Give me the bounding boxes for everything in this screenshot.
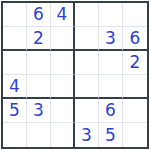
cell-r2c2[interactable]: 2 — [27, 27, 51, 51]
given-digit: 4 — [57, 6, 68, 23]
cell-r3c3[interactable] — [51, 51, 75, 75]
cell-r6c5[interactable]: 5 — [99, 123, 123, 147]
sudoku-board: 642362453635 — [1, 1, 149, 149]
cell-r5c5[interactable]: 6 — [99, 99, 123, 123]
cell-r3c2[interactable] — [27, 51, 51, 75]
cell-r6c1[interactable] — [3, 123, 27, 147]
cell-r5c3[interactable] — [51, 99, 75, 123]
cell-r2c1[interactable] — [3, 27, 27, 51]
given-digit: 6 — [130, 30, 141, 47]
cell-r1c6[interactable] — [123, 3, 147, 27]
given-digit: 6 — [105, 102, 116, 119]
cell-r3c5[interactable] — [99, 51, 123, 75]
given-digit: 3 — [81, 127, 92, 144]
cell-r5c1[interactable]: 5 — [3, 99, 27, 123]
given-digit: 2 — [130, 54, 141, 71]
cell-r5c4[interactable] — [75, 99, 99, 123]
cell-r4c2[interactable] — [27, 75, 51, 99]
cell-r6c2[interactable] — [27, 123, 51, 147]
cell-r5c2[interactable]: 3 — [27, 99, 51, 123]
given-digit: 2 — [33, 30, 44, 47]
cell-r1c4[interactable] — [75, 3, 99, 27]
cell-r1c3[interactable]: 4 — [51, 3, 75, 27]
cell-r4c1[interactable]: 4 — [3, 75, 27, 99]
cell-r2c6[interactable]: 6 — [123, 27, 147, 51]
cell-r4c6[interactable] — [123, 75, 147, 99]
given-digit: 4 — [9, 78, 20, 95]
cell-r6c4[interactable]: 3 — [75, 123, 99, 147]
cell-r6c6[interactable] — [123, 123, 147, 147]
cell-r1c2[interactable]: 6 — [27, 3, 51, 27]
cell-r3c1[interactable] — [3, 51, 27, 75]
cell-r1c1[interactable] — [3, 3, 27, 27]
sudoku-page: 642362453635 — [0, 0, 150, 150]
cell-r4c5[interactable] — [99, 75, 123, 99]
cell-r2c4[interactable] — [75, 27, 99, 51]
cell-r6c3[interactable] — [51, 123, 75, 147]
cell-r2c5[interactable]: 3 — [99, 27, 123, 51]
given-digit: 3 — [105, 30, 116, 47]
cell-r4c3[interactable] — [51, 75, 75, 99]
cell-r1c5[interactable] — [99, 3, 123, 27]
cell-r3c4[interactable] — [75, 51, 99, 75]
cell-r4c4[interactable] — [75, 75, 99, 99]
cell-r3c6[interactable]: 2 — [123, 51, 147, 75]
given-digit: 5 — [105, 127, 116, 144]
cell-r5c6[interactable] — [123, 99, 147, 123]
cell-r2c3[interactable] — [51, 27, 75, 51]
given-digit: 6 — [33, 6, 44, 23]
given-digit: 3 — [33, 102, 44, 119]
given-digit: 5 — [9, 102, 20, 119]
